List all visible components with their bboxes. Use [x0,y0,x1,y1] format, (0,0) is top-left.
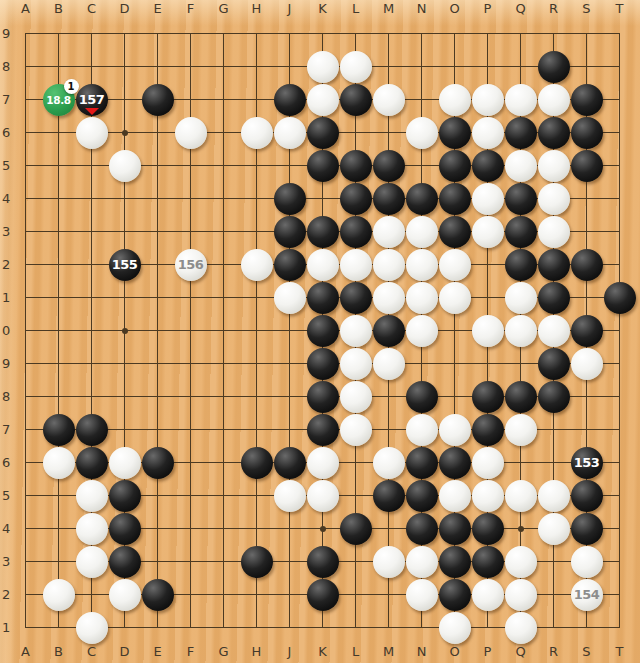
ai-suggestion-value: 18.8 [46,94,71,106]
white-stone [340,51,372,83]
black-stone [307,579,339,611]
black-stone [241,447,273,479]
white-stone [307,51,339,83]
white-stone [76,117,108,149]
white-stone [274,282,306,314]
go-board[interactable]: 15715515615315418.81 [9,17,636,644]
black-stone [274,84,306,116]
column-label: O [438,0,471,17]
white-stone [373,84,405,116]
white-stone [439,414,471,446]
black-stone [142,84,174,116]
white-stone [505,282,537,314]
black-stone [340,282,372,314]
black-stone [571,84,603,116]
black-stone [505,183,537,215]
black-stone [571,315,603,347]
column-label: E [141,0,174,17]
star-point [122,130,128,136]
black-stone [274,183,306,215]
black-stone [373,480,405,512]
white-stone [43,447,75,479]
move-number: 156 [178,258,204,271]
white-stone [439,480,471,512]
white-stone [373,348,405,380]
black-stone [439,546,471,578]
white-stone [274,117,306,149]
black-stone [307,381,339,413]
black-stone [109,546,141,578]
white-stone [472,183,504,215]
white-stone [406,282,438,314]
white-stone: 156 [175,249,207,281]
black-stone [274,216,306,248]
black-stone [373,183,405,215]
white-stone [472,315,504,347]
white-stone [505,612,537,644]
white-stone [538,183,570,215]
black-stone: 157 [76,84,108,116]
white-stone [538,150,570,182]
black-stone [538,249,570,281]
black-stone [76,414,108,446]
white-stone [76,513,108,545]
black-stone [472,381,504,413]
white-stone [406,117,438,149]
black-stone [472,150,504,182]
black-stone: 155 [109,249,141,281]
white-stone [307,84,339,116]
white-stone [109,447,141,479]
column-label: R [537,0,570,17]
black-stone [571,117,603,149]
white-stone [274,480,306,512]
black-stone [472,513,504,545]
black-stone [307,117,339,149]
white-stone [307,249,339,281]
black-stone [109,480,141,512]
white-stone [538,513,570,545]
black-stone [439,183,471,215]
black-stone [241,546,273,578]
white-stone [340,381,372,413]
white-stone [505,414,537,446]
column-label: T [603,0,636,17]
column-label: J [273,0,306,17]
white-stone [538,216,570,248]
white-stone [340,249,372,281]
column-label: F [174,0,207,17]
white-stone [439,249,471,281]
column-label: K [306,0,339,17]
white-stone [439,612,471,644]
white-stone [406,249,438,281]
black-stone [373,150,405,182]
black-stone [340,84,372,116]
white-stone [76,480,108,512]
white-stone [505,579,537,611]
black-stone [340,150,372,182]
black-stone [43,414,75,446]
black-stone [538,381,570,413]
black-stone [571,480,603,512]
white-stone [472,480,504,512]
white-stone [373,282,405,314]
black-stone [307,315,339,347]
black-stone: 153 [571,447,603,479]
black-stone [340,216,372,248]
black-stone [76,447,108,479]
black-stone [340,513,372,545]
black-stone [373,315,405,347]
black-stone [571,513,603,545]
white-stone [505,546,537,578]
column-label: P [471,0,504,17]
last-move-marker [85,108,99,115]
black-stone [505,249,537,281]
black-stone [505,216,537,248]
black-stone [406,480,438,512]
star-point [320,526,326,532]
white-stone [439,282,471,314]
white-stone [43,579,75,611]
column-label: M [372,0,405,17]
white-stone [307,447,339,479]
column-label: H [240,0,273,17]
go-board-app: ABCDEFGHJKLMNOPQRST ABCDEFGHJKLMNOPQRST … [0,0,640,663]
black-stone [307,150,339,182]
white-stone [241,249,273,281]
black-stone [307,414,339,446]
white-stone [406,579,438,611]
white-stone [472,216,504,248]
white-stone [538,480,570,512]
black-stone [604,282,636,314]
black-stone [406,381,438,413]
white-stone [76,612,108,644]
black-stone [505,117,537,149]
white-stone [241,117,273,149]
star-point [122,328,128,334]
white-stone [472,447,504,479]
black-stone [571,249,603,281]
black-stone [307,216,339,248]
column-label: D [108,0,141,17]
column-label: N [405,0,438,17]
column-label: G [207,0,240,17]
move-number: 157 [79,93,105,106]
white-stone [439,84,471,116]
black-stone [439,150,471,182]
white-stone [406,216,438,248]
black-stone [406,513,438,545]
black-stone [439,447,471,479]
white-stone [406,315,438,347]
black-stone [307,546,339,578]
black-stone [472,414,504,446]
move-number: 155 [112,258,138,271]
white-stone [505,480,537,512]
black-stone [307,348,339,380]
column-label: A [9,0,42,17]
black-stone [109,513,141,545]
black-stone [439,579,471,611]
white-stone [505,150,537,182]
white-stone [472,117,504,149]
white-stone [406,414,438,446]
white-stone [571,348,603,380]
white-stone [373,216,405,248]
white-stone [175,117,207,149]
black-stone [439,513,471,545]
black-stone [505,381,537,413]
white-stone [505,84,537,116]
column-label: Q [504,0,537,17]
move-number: 154 [574,588,600,601]
move-number: 153 [574,456,600,469]
white-stone [571,546,603,578]
white-stone [340,414,372,446]
white-stone [109,150,141,182]
black-stone [142,579,174,611]
ai-suggestion-stone[interactable]: 18.81 [43,84,75,116]
black-stone [307,282,339,314]
white-stone [505,315,537,347]
black-stone [274,249,306,281]
white-stone [472,579,504,611]
white-stone [340,315,372,347]
white-stone [538,315,570,347]
white-stone [307,480,339,512]
white-stone [340,348,372,380]
white-stone: 154 [571,579,603,611]
white-stone [373,546,405,578]
black-stone [406,183,438,215]
white-stone [406,546,438,578]
column-label: B [42,0,75,17]
black-stone [274,447,306,479]
black-stone [472,546,504,578]
black-stone [538,51,570,83]
white-stone [109,579,141,611]
black-stone [538,282,570,314]
ai-suggestion-rank-badge: 1 [64,79,79,94]
column-label: L [339,0,372,17]
column-labels-top: ABCDEFGHJKLMNOPQRST [9,0,636,17]
white-stone [373,447,405,479]
star-point [518,526,524,532]
white-stone [472,84,504,116]
black-stone [538,117,570,149]
white-stone [76,546,108,578]
black-stone [142,447,174,479]
white-stone [373,249,405,281]
black-stone [571,150,603,182]
black-stone [340,183,372,215]
column-label: S [570,0,603,17]
black-stone [538,348,570,380]
white-stone [538,84,570,116]
column-label: C [75,0,108,17]
black-stone [439,216,471,248]
black-stone [406,447,438,479]
black-stone [439,117,471,149]
